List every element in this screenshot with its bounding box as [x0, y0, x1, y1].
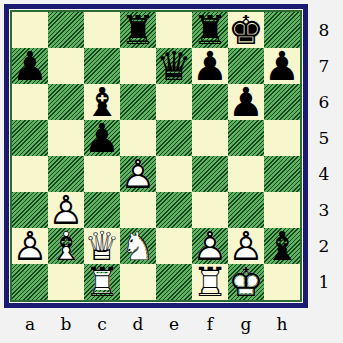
square-f3[interactable]	[192, 192, 228, 228]
white-pawn-icon: ♟♙	[228, 228, 264, 264]
square-b1[interactable]	[48, 264, 84, 300]
square-d8[interactable]: ♜	[120, 12, 156, 48]
black-bishop-icon: ♝	[264, 228, 300, 264]
square-d4[interactable]: ♟♙	[120, 156, 156, 192]
black-pawn-icon: ♟	[264, 48, 300, 84]
square-a7[interactable]: ♟	[12, 48, 48, 84]
square-c5[interactable]: ♟	[84, 120, 120, 156]
square-d5[interactable]	[120, 120, 156, 156]
square-g1[interactable]: ♚♔	[228, 264, 264, 300]
square-d2[interactable]: ♞♘	[120, 228, 156, 264]
white-king-icon: ♚♔	[228, 264, 264, 300]
square-h8[interactable]	[264, 12, 300, 48]
square-h2[interactable]: ♝	[264, 228, 300, 264]
square-a3[interactable]	[12, 192, 48, 228]
rank-label-6: 6	[309, 84, 339, 120]
white-pawn-icon: ♟♙	[192, 228, 228, 264]
square-f8[interactable]: ♜	[192, 12, 228, 48]
board-border: ♜♜♚♟♛♟♟♝♟♟♟♙♟♙♟♙♝♗♛♕♞♘♟♙♟♙♝♜♖♜♖♚♔	[4, 4, 308, 308]
square-d3[interactable]	[120, 192, 156, 228]
file-label-f: f	[192, 310, 228, 338]
square-b7[interactable]	[48, 48, 84, 84]
black-pawn-icon: ♟	[192, 48, 228, 84]
square-f5[interactable]	[192, 120, 228, 156]
square-e8[interactable]	[156, 12, 192, 48]
chess-diagram: ♜♜♚♟♛♟♟♝♟♟♟♙♟♙♟♙♝♗♛♕♞♘♟♙♟♙♝♜♖♜♖♚♔ abcdef…	[0, 0, 343, 343]
square-c3[interactable]	[84, 192, 120, 228]
chess-board: ♜♜♚♟♛♟♟♝♟♟♟♙♟♙♟♙♝♗♛♕♞♘♟♙♟♙♝♜♖♜♖♚♔	[12, 12, 300, 300]
white-pawn-icon: ♟♙	[12, 228, 48, 264]
file-labels: abcdefgh	[12, 310, 300, 338]
square-e2[interactable]	[156, 228, 192, 264]
square-g4[interactable]	[228, 156, 264, 192]
square-b4[interactable]	[48, 156, 84, 192]
white-pawn-icon: ♟♙	[48, 192, 84, 228]
square-g7[interactable]	[228, 48, 264, 84]
square-h1[interactable]	[264, 264, 300, 300]
black-bishop-icon: ♝	[84, 84, 120, 120]
square-d7[interactable]	[120, 48, 156, 84]
square-d1[interactable]	[120, 264, 156, 300]
square-b2[interactable]: ♝♗	[48, 228, 84, 264]
file-label-h: h	[264, 310, 300, 338]
rank-label-5: 5	[309, 120, 339, 156]
square-d6[interactable]	[120, 84, 156, 120]
black-pawn-icon: ♟	[228, 84, 264, 120]
black-king-icon: ♚	[228, 12, 264, 48]
black-rook-icon: ♜	[192, 12, 228, 48]
square-g2[interactable]: ♟♙	[228, 228, 264, 264]
square-c2[interactable]: ♛♕	[84, 228, 120, 264]
square-h7[interactable]: ♟	[264, 48, 300, 84]
square-a2[interactable]: ♟♙	[12, 228, 48, 264]
square-h4[interactable]	[264, 156, 300, 192]
square-e4[interactable]	[156, 156, 192, 192]
black-rook-icon: ♜	[120, 12, 156, 48]
rank-label-8: 8	[309, 12, 339, 48]
square-e1[interactable]	[156, 264, 192, 300]
rank-label-3: 3	[309, 192, 339, 228]
file-label-g: g	[228, 310, 264, 338]
rank-labels: 87654321	[309, 12, 339, 300]
square-f1[interactable]: ♜♖	[192, 264, 228, 300]
white-pawn-icon: ♟♙	[120, 156, 156, 192]
square-a1[interactable]	[12, 264, 48, 300]
square-h3[interactable]	[264, 192, 300, 228]
white-rook-icon: ♜♖	[84, 264, 120, 300]
square-g3[interactable]	[228, 192, 264, 228]
file-label-a: a	[12, 310, 48, 338]
square-g6[interactable]: ♟	[228, 84, 264, 120]
square-a6[interactable]	[12, 84, 48, 120]
black-pawn-icon: ♟	[12, 48, 48, 84]
square-b3[interactable]: ♟♙	[48, 192, 84, 228]
file-label-c: c	[84, 310, 120, 338]
square-c4[interactable]	[84, 156, 120, 192]
rank-label-2: 2	[309, 228, 339, 264]
square-g8[interactable]: ♚	[228, 12, 264, 48]
square-a4[interactable]	[12, 156, 48, 192]
square-c1[interactable]: ♜♖	[84, 264, 120, 300]
black-pawn-icon: ♟	[84, 120, 120, 156]
square-c7[interactable]	[84, 48, 120, 84]
square-c8[interactable]	[84, 12, 120, 48]
board-frame: ♜♜♚♟♛♟♟♝♟♟♟♙♟♙♟♙♝♗♛♕♞♘♟♙♟♙♝♜♖♜♖♚♔	[10, 10, 302, 302]
square-c6[interactable]: ♝	[84, 84, 120, 120]
square-h5[interactable]	[264, 120, 300, 156]
rank-label-4: 4	[309, 156, 339, 192]
square-g5[interactable]	[228, 120, 264, 156]
white-queen-icon: ♛♕	[84, 228, 120, 264]
square-e5[interactable]	[156, 120, 192, 156]
square-e6[interactable]	[156, 84, 192, 120]
square-f4[interactable]	[192, 156, 228, 192]
black-queen-icon: ♛	[156, 48, 192, 84]
square-h6[interactable]	[264, 84, 300, 120]
square-a5[interactable]	[12, 120, 48, 156]
file-label-d: d	[120, 310, 156, 338]
file-label-b: b	[48, 310, 84, 338]
white-bishop-icon: ♝♗	[48, 228, 84, 264]
rank-label-1: 1	[309, 264, 339, 300]
file-label-e: e	[156, 310, 192, 338]
square-b6[interactable]	[48, 84, 84, 120]
square-b5[interactable]	[48, 120, 84, 156]
square-f2[interactable]: ♟♙	[192, 228, 228, 264]
square-a8[interactable]	[12, 12, 48, 48]
square-b8[interactable]	[48, 12, 84, 48]
square-f6[interactable]	[192, 84, 228, 120]
board-inner-border: ♜♜♚♟♛♟♟♝♟♟♟♙♟♙♟♙♝♗♛♕♞♘♟♙♟♙♝♜♖♜♖♚♔	[9, 9, 303, 303]
white-knight-icon: ♞♘	[120, 228, 156, 264]
rank-label-7: 7	[309, 48, 339, 84]
square-e7[interactable]: ♛	[156, 48, 192, 84]
square-f7[interactable]: ♟	[192, 48, 228, 84]
white-rook-icon: ♜♖	[192, 264, 228, 300]
square-e3[interactable]	[156, 192, 192, 228]
